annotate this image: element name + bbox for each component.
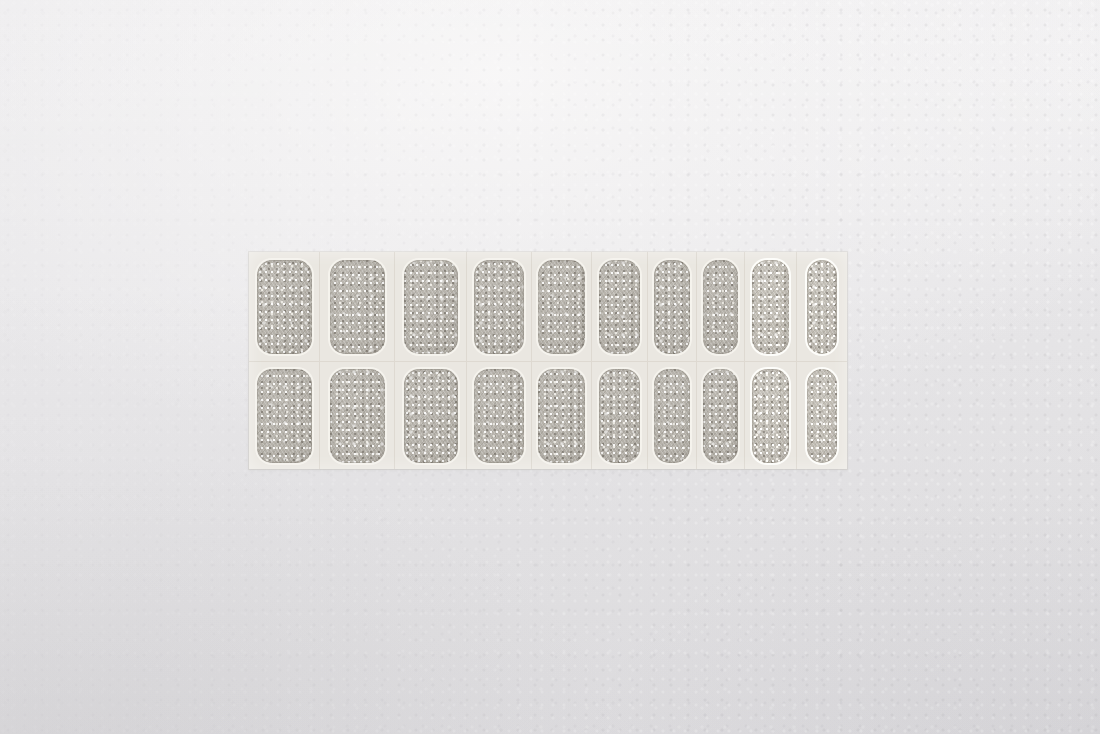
nail-wrap-sticker [703, 260, 738, 354]
sheet-cell [745, 362, 797, 469]
nail-wrap-sticker [654, 369, 690, 463]
nail-wrap-sticker [538, 260, 585, 354]
nail-wrap-sticker [703, 369, 738, 463]
sheet-cell [532, 362, 592, 469]
sheet-cell [797, 362, 847, 469]
photo-backdrop [0, 0, 1100, 734]
nail-wrap-sticker [474, 369, 524, 463]
nail-wrap-sticker [404, 369, 458, 463]
nail-wrap-sticker [330, 260, 385, 354]
sheet-cell [320, 252, 395, 362]
sheet-cell [395, 252, 467, 362]
sheet-cell [320, 362, 395, 469]
nail-wrap-sticker [330, 369, 385, 463]
nail-wrap-sticker [474, 260, 524, 354]
sheet-cell [467, 362, 532, 469]
nail-wrap-sticker [807, 260, 837, 354]
sheet-cell [697, 252, 745, 362]
nail-wrap-sticker [599, 369, 640, 463]
sheet-cell [697, 362, 745, 469]
sheet-cell [467, 252, 532, 362]
nail-wrap-sticker [654, 260, 690, 354]
sheet-cell [592, 362, 648, 469]
sheet-cell [797, 252, 847, 362]
sheet-cell [648, 252, 697, 362]
nail-wrap-sheet [249, 252, 847, 469]
sheet-cell [648, 362, 697, 469]
nail-wrap-sticker [257, 369, 312, 463]
nail-wrap-sticker [599, 260, 640, 354]
sheet-cell [249, 362, 320, 469]
nail-wrap-sticker [404, 260, 458, 354]
nail-wrap-sticker [538, 369, 585, 463]
sheet-cell [395, 362, 467, 469]
sheet-cell [592, 252, 648, 362]
sheet-cell [249, 252, 320, 362]
sheet-cell [532, 252, 592, 362]
nail-wrap-sticker [257, 260, 312, 354]
sheet-cell [745, 252, 797, 362]
nail-wrap-sticker [807, 369, 837, 463]
nail-wrap-sticker [752, 369, 789, 463]
nail-wrap-sticker [752, 260, 789, 354]
